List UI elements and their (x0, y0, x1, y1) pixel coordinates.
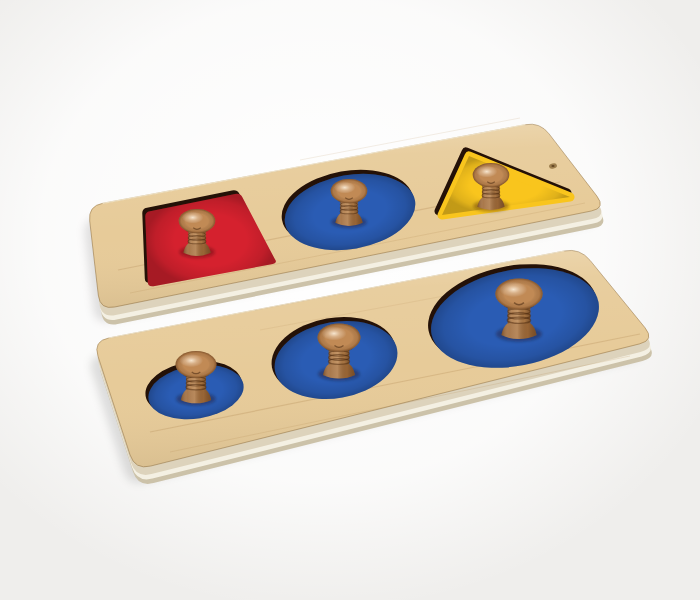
wood-knot (551, 165, 554, 167)
photo-stage (0, 0, 700, 600)
scene-photo (0, 0, 700, 600)
